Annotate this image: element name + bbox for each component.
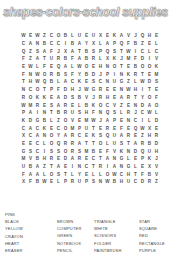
grid-cell: A <box>62 78 69 86</box>
grid-cell: L <box>125 155 132 163</box>
grid-cell: T <box>132 170 139 178</box>
grid-cell: O <box>97 140 104 148</box>
grid-cell: B <box>27 163 34 171</box>
grid-cell: H <box>146 132 153 140</box>
grid-cell: P <box>48 86 55 94</box>
grid-cell: Q <box>139 32 146 40</box>
grid-cell: E <box>41 101 48 109</box>
grid-cell: M <box>20 155 27 163</box>
grid-cell: T <box>118 47 125 55</box>
grid-cell: R <box>104 124 111 132</box>
grid-cell: M <box>83 147 90 155</box>
grid-cell: E <box>20 140 27 148</box>
grid-cell: E <box>27 140 34 148</box>
grid-cell: R <box>97 86 104 94</box>
grid-cell: B <box>83 47 90 55</box>
grid-cell: O <box>48 132 55 140</box>
grid-cell: K <box>90 101 97 109</box>
grid-cell: A <box>62 132 69 140</box>
grid-cell: A <box>104 117 111 125</box>
grid-cell: L <box>69 170 76 178</box>
grid-cell: N <box>132 101 139 109</box>
grid-cell: E <box>90 63 97 71</box>
grid-cell: H <box>27 78 34 86</box>
grid-cell: H <box>132 86 139 94</box>
word-list-item: STAR <box>139 218 180 225</box>
grid-cell: E <box>48 63 55 71</box>
grid-cell: R <box>125 94 132 102</box>
grid-cell: Y <box>83 40 90 48</box>
grid-cell: C <box>104 101 111 109</box>
grid-cell: F <box>55 86 62 94</box>
word-list-item: PAINTBRUSH <box>94 247 139 254</box>
grid-cell: C <box>83 163 90 171</box>
grid-cell: H <box>104 94 111 102</box>
grid-cell: O <box>62 117 69 125</box>
grid-cell: R <box>62 101 69 109</box>
grid-cell: Q <box>139 147 146 155</box>
grid-cell: B <box>62 55 69 63</box>
grid-cell: B <box>34 155 41 163</box>
grid-cell: J <box>76 86 83 94</box>
grid-cell: W <box>27 63 34 71</box>
grid-cell: O <box>104 170 111 178</box>
grid-cell: C <box>20 40 27 48</box>
grid-cell: O <box>62 124 69 132</box>
grid-cell: V <box>125 32 132 40</box>
grid-cell: S <box>111 109 118 117</box>
grid-cell: Z <box>139 40 146 48</box>
grid-cell: I <box>139 86 146 94</box>
grid-cell: E <box>153 86 160 94</box>
word-list-item: BLACK <box>5 218 57 225</box>
grid-cell: C <box>55 40 62 48</box>
grid-cell: Z <box>125 78 132 86</box>
grid-cell: D <box>132 147 139 155</box>
grid-cell: P <box>104 70 111 78</box>
grid-cell: V <box>111 101 118 109</box>
grid-cell: P <box>111 117 118 125</box>
grid-cell: E <box>153 124 160 132</box>
grid-cell: R <box>69 132 76 140</box>
grid-cell: D <box>62 86 69 94</box>
grid-cell: L <box>55 78 62 86</box>
grid-cell: X <box>104 55 111 63</box>
grid-cell: L <box>146 117 153 125</box>
puzzle-title: shapes-colors-school supplies <box>3 5 179 19</box>
grid-cell: N <box>27 70 34 78</box>
grid-cell: S <box>62 70 69 78</box>
grid-cell: U <box>83 124 90 132</box>
grid-cell: A <box>55 163 62 171</box>
grid-cell: G <box>125 163 132 171</box>
grid-cell: L <box>97 170 104 178</box>
grid-cell: Q <box>132 124 139 132</box>
grid-cell: R <box>125 132 132 140</box>
grid-cell: R <box>62 140 69 148</box>
grid-cell: L <box>146 47 153 55</box>
grid-cell: S <box>111 47 118 55</box>
grid-cell: A <box>118 32 125 40</box>
grid-cell: B <box>55 70 62 78</box>
grid-cell: Q <box>41 78 48 86</box>
grid-cell: A <box>76 140 83 148</box>
grid-cell: A <box>104 155 111 163</box>
grid-cell: W <box>34 70 41 78</box>
grid-cell: L <box>153 109 160 117</box>
grid-cell: E <box>132 155 139 163</box>
grid-cell: S <box>118 140 125 148</box>
grid-cell: L <box>41 140 48 148</box>
grid-cell: N <box>104 63 111 71</box>
word-list-item: PURPLE <box>139 247 180 254</box>
grid-cell: Q <box>104 132 111 140</box>
grid-cell: N <box>20 86 27 94</box>
grid-cell: N <box>97 109 104 117</box>
grid-cell: K <box>90 132 97 140</box>
grid-cell: O <box>55 32 62 40</box>
grid-cell: R <box>34 101 41 109</box>
grid-cell: W <box>104 178 111 186</box>
grid-cell: C <box>34 147 41 155</box>
grid-cell: T <box>48 109 55 117</box>
grid-cell: R <box>97 163 104 171</box>
grid-cell: F <box>27 178 34 186</box>
grid-cell: A <box>146 101 153 109</box>
grid-cell: N <box>34 40 41 48</box>
grid-cell: O <box>48 140 55 148</box>
grid-cell: B <box>132 40 139 48</box>
grid-cell: B <box>55 109 62 117</box>
grid-cell: Y <box>139 94 146 102</box>
grid-cell: R <box>20 94 27 102</box>
grid-cell: J <box>97 70 104 78</box>
grid-cell: C <box>139 47 146 55</box>
grid-cell: E <box>125 101 132 109</box>
grid-cell: R <box>125 109 132 117</box>
grid-cell: O <box>27 94 34 102</box>
grid-cell: X <box>20 178 27 186</box>
grid-cell: I <box>62 40 69 48</box>
grid-cell: T <box>62 170 69 178</box>
grid-cell: N <box>125 117 132 125</box>
grid-cell: C <box>118 170 125 178</box>
grid-cell: F <box>118 124 125 132</box>
grid-cell: N <box>104 78 111 86</box>
grid-cell: W <box>83 86 90 94</box>
grid-cell: N <box>111 155 118 163</box>
grid-cell: J <box>55 47 62 55</box>
grid-cell: K <box>41 124 48 132</box>
grid-cell: J <box>90 94 97 102</box>
grid-cell: A <box>69 155 76 163</box>
grid-cell: S <box>48 147 55 155</box>
grid-cell: B <box>146 140 153 148</box>
grid-cell: O <box>139 63 146 71</box>
grid-cell: J <box>97 117 104 125</box>
grid-cell: R <box>97 94 104 102</box>
grid-cell: N <box>76 163 83 171</box>
grid-cell: Z <box>27 55 34 63</box>
grid-cell: F <box>69 55 76 63</box>
grid-cell: C <box>55 124 62 132</box>
grid-cell: B <box>69 40 76 48</box>
grid-cell: M <box>125 55 132 63</box>
grid-cell: Q <box>118 40 125 48</box>
grid-cell: K <box>153 63 160 71</box>
grid-cell: A <box>76 40 83 48</box>
grid-cell: D <box>27 117 34 125</box>
grid-cell: C <box>27 86 34 94</box>
grid-cell: F <box>20 55 27 63</box>
grid-cell: E <box>69 101 76 109</box>
grid-cell: W <box>76 63 83 71</box>
word-list-column: TRIANGLEWHITESCISSORSFOLDERPAINTBRUSH <box>94 211 139 254</box>
grid-cell: U <box>69 109 76 117</box>
grid-cell: L <box>97 40 104 48</box>
grid-cell: L <box>48 117 55 125</box>
grid-cell: X <box>146 124 153 132</box>
grid-cell: Z <box>55 117 62 125</box>
grid-cell: R <box>48 155 55 163</box>
grid-cell: Z <box>41 163 48 171</box>
grid-cell: U <box>90 32 97 40</box>
grid-cell: W <box>20 101 27 109</box>
grid-cell: O <box>146 63 153 71</box>
grid-cell: D <box>90 70 97 78</box>
grid-cell: K <box>111 32 118 40</box>
grid-cell: E <box>118 117 125 125</box>
word-list-item: NOTEBOOK <box>57 240 94 247</box>
grid-cell: S <box>90 78 97 86</box>
grid-cell: J <box>132 109 139 117</box>
grid-cell: S <box>55 147 62 155</box>
grid-cell: T <box>118 63 125 71</box>
grid-cell: C <box>34 140 41 148</box>
grid-cell: C <box>90 155 97 163</box>
grid-cell: N <box>118 86 125 94</box>
grid-cell: P <box>97 47 104 55</box>
grid-cell: U <box>125 178 132 186</box>
grid-cell: K <box>76 78 83 86</box>
grid-cell: Z <box>153 178 160 186</box>
grid-cell: F <box>41 63 48 71</box>
grid-cell: J <box>153 155 160 163</box>
grid-cell: C <box>48 40 55 48</box>
grid-cell: R <box>146 178 153 186</box>
word-search-grid: WEWZCOBLUEUXEKAVJQHECANBCCIBAYXLAPQFBZEL… <box>20 32 160 186</box>
grid-cell: Z <box>118 101 125 109</box>
grid-cell: F <box>48 47 55 55</box>
grid-cell: A <box>27 124 34 132</box>
grid-cell: C <box>153 47 160 55</box>
grid-cell: F <box>125 40 132 48</box>
grid-cell: S <box>27 147 34 155</box>
grid-cell: L <box>69 63 76 71</box>
grid-cell: B <box>132 63 139 71</box>
grid-cell: W <box>125 86 132 94</box>
grid-cell: L <box>90 170 97 178</box>
grid-cell: T <box>90 124 97 132</box>
grid-cell: A <box>27 40 34 48</box>
grid-cell: O <box>34 86 41 94</box>
grid-cell: E <box>111 86 118 94</box>
grid-cell: S <box>76 109 83 117</box>
grid-cell: Q <box>104 47 111 55</box>
grid-cell: F <box>20 70 27 78</box>
grid-cell: A <box>34 55 41 63</box>
grid-cell: T <box>125 140 132 148</box>
grid-cell: Y <box>76 70 83 78</box>
grid-cell: V <box>153 163 160 171</box>
grid-cell: E <box>139 163 146 171</box>
grid-cell: W <box>139 78 146 86</box>
word-list-item: SQUARE <box>139 225 180 232</box>
grid-cell: R <box>55 55 62 63</box>
grid-cell: B <box>83 55 90 63</box>
grid-cell: Q <box>20 47 27 55</box>
grid-cell: A <box>55 94 62 102</box>
grid-cell: T <box>48 163 55 171</box>
grid-cell: V <box>83 94 90 102</box>
grid-cell: I <box>132 47 139 55</box>
grid-cell: D <box>62 155 69 163</box>
grid-cell: E <box>55 155 62 163</box>
word-list-item: RED <box>139 232 180 239</box>
grid-cell: H <box>69 86 76 94</box>
grid-cell: T <box>90 140 97 148</box>
grid-cell: H <box>125 170 132 178</box>
word-list-item: BROWN <box>57 218 94 225</box>
grid-cell: A <box>27 109 34 117</box>
grid-cell: I <box>146 55 153 63</box>
grid-cell: X <box>20 132 27 140</box>
grid-cell: N <box>97 178 104 186</box>
grid-cell: W <box>146 109 153 117</box>
grid-cell: T <box>76 47 83 55</box>
grid-cell: T <box>41 86 48 94</box>
grid-cell: X <box>62 47 69 55</box>
grid-cell: C <box>27 132 34 140</box>
grid-cell: F <box>104 147 111 155</box>
grid-cell: P <box>139 155 146 163</box>
grid-cell: J <box>118 55 125 63</box>
grid-cell: A <box>62 63 69 71</box>
grid-cell: X <box>97 32 104 40</box>
grid-cell: B <box>111 178 118 186</box>
grid-cell: F <box>90 109 97 117</box>
grid-cell: T <box>139 70 146 78</box>
word-list-item: YELLOW <box>5 225 57 232</box>
grid-cell: E <box>111 124 118 132</box>
grid-cell: R <box>139 140 146 148</box>
grid-cell: A <box>111 163 118 171</box>
grid-cell: K <box>146 155 153 163</box>
grid-cell: E <box>104 86 111 94</box>
grid-cell: C <box>76 132 83 140</box>
grid-cell: R <box>76 155 83 163</box>
grid-cell: O <box>83 63 90 71</box>
grid-cell: H <box>41 155 48 163</box>
grid-cell: A <box>55 101 62 109</box>
grid-cell: E <box>97 124 104 132</box>
grid-cell: I <box>139 117 146 125</box>
word-list-item: FOLDER <box>94 240 139 247</box>
grid-cell: O <box>111 63 118 71</box>
grid-cell: K <box>34 94 41 102</box>
grid-cell: E <box>104 32 111 40</box>
grid-cell: Z <box>139 132 146 140</box>
grid-cell: B <box>76 94 83 102</box>
grid-cell: D <box>139 101 146 109</box>
grid-cell: W <box>139 124 146 132</box>
grid-cell: A <box>34 132 41 140</box>
grid-cell: L <box>153 40 160 48</box>
grid-cell: A <box>118 132 125 140</box>
grid-cell: L <box>41 170 48 178</box>
grid-cell: G <box>20 147 27 155</box>
grid-cell: P <box>62 178 69 186</box>
grid-cell: R <box>90 55 97 63</box>
grid-cell: M <box>83 117 90 125</box>
grid-cell: A <box>76 55 83 63</box>
grid-cell: R <box>48 70 55 78</box>
grid-cell: K <box>41 94 48 102</box>
grid-cell: F <box>139 170 146 178</box>
grid-cell: V <box>27 155 34 163</box>
grid-cell: E <box>76 117 83 125</box>
grid-cell: U <box>20 163 27 171</box>
grid-cell: D <box>146 78 153 86</box>
grid-cell: K <box>20 117 27 125</box>
grid-cell: Q <box>55 63 62 71</box>
grid-cell: C <box>132 178 139 186</box>
grid-cell: F <box>20 170 27 178</box>
grid-cell: C <box>139 109 146 117</box>
grid-cell: F <box>132 55 139 63</box>
grid-cell: E <box>146 70 153 78</box>
grid-cell: L <box>132 163 139 171</box>
grid-cell: R <box>153 132 160 140</box>
grid-cell: X <box>90 40 97 48</box>
grid-cell: U <box>111 140 118 148</box>
grid-cell: A <box>132 140 139 148</box>
grid-cell: H <box>83 109 90 117</box>
grid-cell: P <box>76 124 83 132</box>
grid-cell: A <box>34 163 41 171</box>
grid-cell: L <box>118 109 125 117</box>
grid-cell: I <box>104 163 111 171</box>
grid-cell: B <box>41 40 48 48</box>
grid-cell: R <box>69 147 76 155</box>
word-list-item: PENCIL <box>57 247 94 254</box>
grid-cell: A <box>41 47 48 55</box>
grid-cell: W <box>111 170 118 178</box>
word-list-item: PINK <box>5 211 57 218</box>
grid-cell: T <box>20 78 27 86</box>
grid-cell: P <box>83 178 90 186</box>
grid-cell: R <box>62 109 69 117</box>
grid-cell: S <box>48 101 55 109</box>
grid-cell: C <box>20 124 27 132</box>
grid-cell: E <box>83 170 90 178</box>
grid-cell: C <box>69 78 76 86</box>
grid-cell: S <box>90 47 97 55</box>
grid-cell: P <box>20 109 27 117</box>
grid-cell: W <box>125 47 132 55</box>
grid-cell: V <box>153 55 160 63</box>
grid-cell: R <box>69 178 76 186</box>
